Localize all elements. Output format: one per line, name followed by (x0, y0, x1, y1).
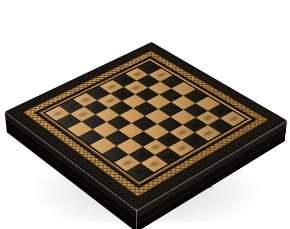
scene: ♜♞♝♛♚♝♞♜♟♟♟♟♟♟♟♟♟♟♟♟♟♟♟♟♜♞♝♛♚♝♞♜ (0, 0, 290, 229)
chess-set-photo: ♜♞♝♛♚♝♞♜♟♟♟♟♟♟♟♟♟♟♟♟♟♟♟♟♜♞♝♛♚♝♞♜ (0, 0, 290, 229)
chess-box: ♜♞♝♛♚♝♞♜♟♟♟♟♟♟♟♟♟♟♟♟♟♟♟♟♜♞♝♛♚♝♞♜ (5, 42, 287, 210)
